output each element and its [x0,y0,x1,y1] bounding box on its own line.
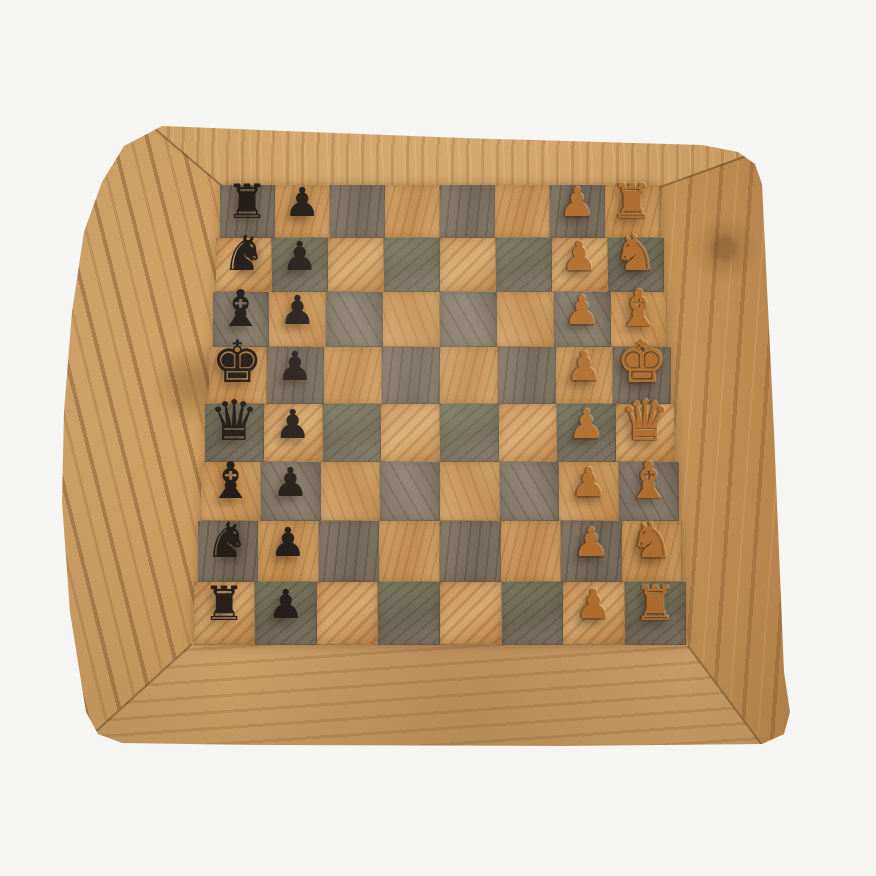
square-h5[interactable] [385,185,440,238]
piece-white-bishop-c1: ♝ [625,454,671,505]
square-b3[interactable] [501,521,562,582]
piece-black-pawn-h7: ♟ [284,182,320,222]
square-e1[interactable]: ♚ [613,347,671,404]
board-row-file-g: ♞♟♟♞ [216,238,663,292]
square-h2[interactable]: ♟ [550,185,605,238]
square-g8[interactable]: ♞ [216,238,272,292]
square-f5[interactable] [383,292,440,347]
piece-black-pawn-g7: ♟ [282,236,318,276]
piece-black-pawn-b7: ♟ [270,522,306,562]
square-d8[interactable]: ♛ [205,404,264,462]
olive-wood-slab: ♜♟♟♜♞♟♟♞♝♟♟♝♚♟♟♚♛♟♟♛♝♟♟♝♞♟♟♞♜♟♟♜ [62,112,790,760]
square-a1[interactable]: ♜ [625,582,687,645]
square-e8[interactable]: ♚ [209,347,267,404]
square-c8[interactable]: ♝ [201,462,261,521]
square-f8[interactable]: ♝ [213,292,270,347]
square-e6[interactable] [324,347,382,404]
square-h6[interactable] [330,185,385,238]
square-c3[interactable] [500,462,560,521]
square-e3[interactable] [498,347,556,404]
square-g5[interactable] [384,238,440,292]
piece-black-rook-a8: ♜ [203,579,245,626]
square-a6[interactable] [317,582,379,645]
square-f3[interactable] [497,292,554,347]
square-f7[interactable]: ♟ [269,292,326,347]
square-a8[interactable]: ♜ [194,582,256,645]
piece-white-rook-h1: ♜ [611,177,653,224]
chess-board: ♜♟♟♜♞♟♟♞♝♟♟♝♚♟♟♚♛♟♟♛♝♟♟♝♞♟♟♞♜♟♟♜ [192,185,688,645]
square-b4[interactable] [440,521,501,582]
square-d7[interactable]: ♟ [264,404,323,462]
square-b8[interactable]: ♞ [198,521,259,582]
square-a5[interactable] [378,582,440,645]
square-a4[interactable] [440,582,502,645]
board-row-file-b: ♞♟♟♞ [198,521,683,582]
square-h3[interactable] [495,185,550,238]
square-d2[interactable]: ♟ [557,404,616,462]
square-e2[interactable]: ♟ [556,347,614,404]
square-a3[interactable] [502,582,564,645]
piece-black-pawn-c7: ♟ [272,462,308,502]
square-b1[interactable]: ♞ [622,521,683,582]
square-c4[interactable] [440,462,500,521]
product-photo: ♜♟♟♜♞♟♟♞♝♟♟♝♚♟♟♚♛♟♟♛♝♟♟♝♞♟♟♞♜♟♟♜ [0,0,876,876]
square-h7[interactable]: ♟ [275,185,330,238]
square-f2[interactable]: ♟ [554,292,611,347]
piece-black-pawn-a7: ♟ [268,584,304,624]
square-g6[interactable] [328,238,384,292]
piece-black-knight-b8: ♞ [205,516,249,565]
square-e4[interactable] [440,347,498,404]
piece-white-pawn-f2: ♟ [564,290,600,330]
piece-white-rook-a1: ♜ [634,579,676,626]
square-e7[interactable]: ♟ [267,347,325,404]
board-row-file-c: ♝♟♟♝ [201,462,678,521]
board-row-file-d: ♛♟♟♛ [205,404,675,462]
piece-black-pawn-e7: ♟ [277,346,313,386]
square-c7[interactable]: ♟ [261,462,321,521]
square-d1[interactable]: ♛ [616,404,675,462]
square-c6[interactable] [321,462,381,521]
square-c2[interactable]: ♟ [559,462,619,521]
board-row-file-a: ♜♟♟♜ [194,582,686,645]
square-b2[interactable]: ♟ [561,521,622,582]
piece-black-pawn-d7: ♟ [275,404,311,444]
square-h8[interactable]: ♜ [220,185,275,238]
piece-white-pawn-h2: ♟ [559,182,595,222]
square-b6[interactable] [319,521,380,582]
piece-white-pawn-a2: ♟ [575,584,611,624]
piece-white-knight-b1: ♞ [630,516,674,565]
square-g1[interactable]: ♞ [608,238,664,292]
piece-white-pawn-d2: ♟ [568,404,604,444]
board-row-file-f: ♝♟♟♝ [213,292,668,347]
square-c5[interactable] [380,462,440,521]
piece-white-pawn-g2: ♟ [561,236,597,276]
square-d4[interactable] [440,404,499,462]
piece-black-bishop-c8: ♝ [208,454,254,505]
square-f4[interactable] [440,292,497,347]
square-g7[interactable]: ♟ [272,238,328,292]
square-g2[interactable]: ♟ [552,238,608,292]
square-d6[interactable] [323,404,382,462]
square-d5[interactable] [381,404,440,462]
piece-white-pawn-e2: ♟ [566,346,602,386]
piece-black-rook-h8: ♜ [226,177,268,224]
square-f1[interactable]: ♝ [611,292,668,347]
square-h4[interactable] [440,185,495,238]
square-b7[interactable]: ♟ [258,521,319,582]
square-b5[interactable] [379,521,440,582]
square-g3[interactable] [496,238,552,292]
square-a2[interactable]: ♟ [563,582,625,645]
square-e5[interactable] [382,347,440,404]
square-h1[interactable]: ♜ [605,185,660,238]
piece-black-pawn-f7: ♟ [279,290,315,330]
board-row-file-h: ♜♟♟♜ [220,185,660,238]
piece-white-pawn-b2: ♟ [573,522,609,562]
square-d3[interactable] [499,404,558,462]
square-f6[interactable] [326,292,383,347]
board-row-file-e: ♚♟♟♚ [209,347,671,404]
piece-white-pawn-c2: ♟ [571,462,607,502]
square-c1[interactable]: ♝ [619,462,679,521]
square-a7[interactable]: ♟ [255,582,317,645]
square-g4[interactable] [440,238,496,292]
